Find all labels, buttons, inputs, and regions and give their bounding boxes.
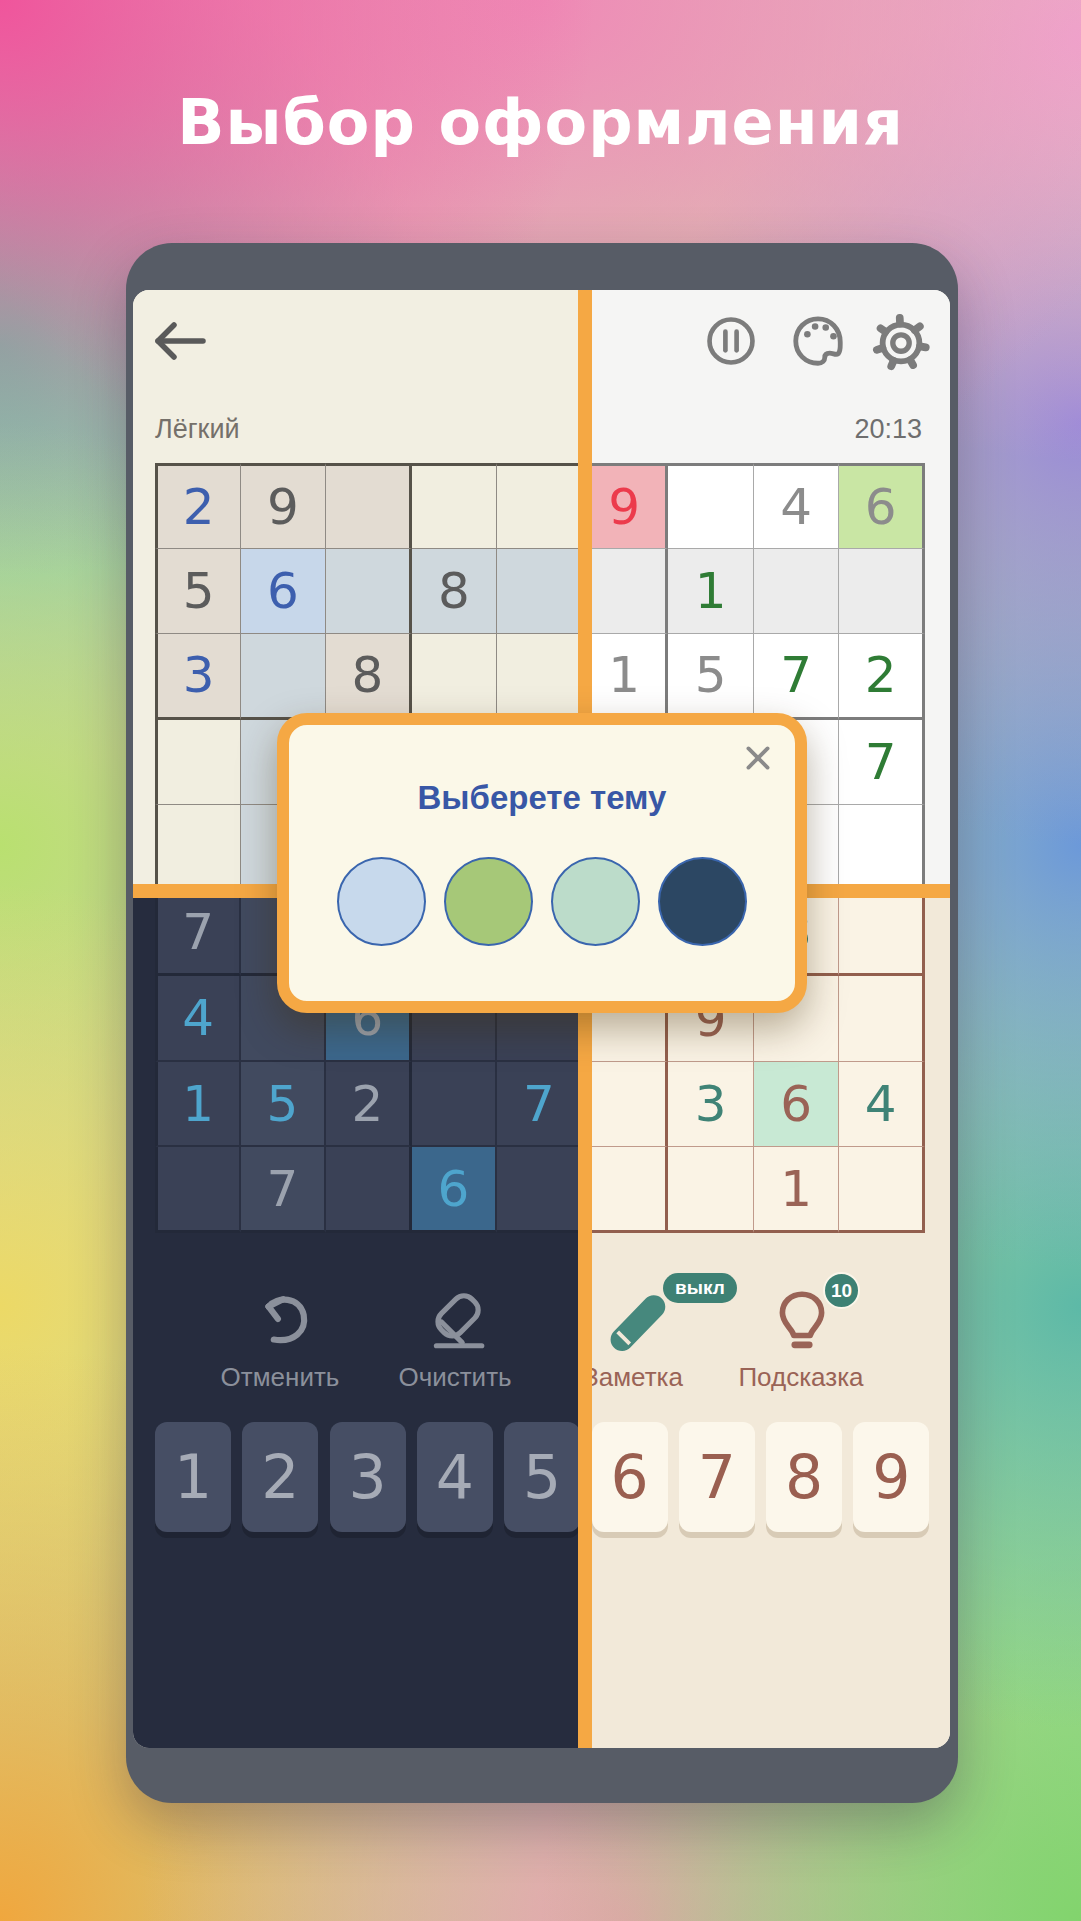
cell-r8c9[interactable]: 4 [839,1062,925,1148]
cell-r9c4[interactable]: 6 [412,1147,498,1233]
cell-r3c3[interactable]: 8 [326,634,412,720]
cell-r8c7[interactable]: 3 [668,1062,754,1148]
theme-circle-dark-navy[interactable] [658,857,747,946]
cell-r9c3[interactable] [326,1147,412,1233]
cell-r5c1[interactable] [155,805,241,891]
app-screen: Лёгкий 20:13 [133,290,950,1748]
cell-r9c8[interactable]: 1 [754,1147,840,1233]
theme-circle-mint[interactable] [551,857,640,946]
pause-icon[interactable] [703,313,759,369]
cell-r1c9[interactable]: 6 [839,463,925,549]
note-pencil-icon[interactable] [598,1286,668,1356]
numpad-8[interactable]: 8 [766,1422,842,1532]
cell-r3c5[interactable] [497,634,583,720]
numpad-5[interactable]: 5 [504,1422,580,1532]
cell-r1c1[interactable]: 2 [155,463,241,549]
note-state-badge: выкл [663,1273,737,1303]
numpad-1[interactable]: 1 [155,1422,231,1532]
cell-r8c3[interactable]: 2 [326,1062,412,1148]
cell-r7c9[interactable] [839,976,925,1062]
cell-r3c1[interactable]: 3 [155,634,241,720]
page-title: Выбор оформления [0,86,1081,159]
cell-r9c6[interactable] [583,1147,669,1233]
cell-r9c5[interactable] [497,1147,583,1233]
cell-r5c9[interactable] [839,805,925,891]
cell-r1c3[interactable] [326,463,412,549]
eraser-icon[interactable] [423,1288,489,1354]
cell-r6c1[interactable]: 7 [155,891,241,977]
hint-count-badge: 10 [823,1272,860,1309]
cell-r8c2[interactable]: 5 [241,1062,327,1148]
cell-r1c5[interactable] [497,463,583,549]
cell-r3c7[interactable]: 5 [668,634,754,720]
cell-r2c5[interactable] [497,549,583,635]
hint-label[interactable]: Подсказка [691,1362,911,1393]
cell-r4c1[interactable] [155,720,241,806]
cell-r8c5[interactable]: 7 [497,1062,583,1148]
undo-icon[interactable] [248,1288,314,1354]
modal-title: Выберете тему [289,779,795,817]
close-icon[interactable] [741,741,775,775]
cell-r1c2[interactable]: 9 [241,463,327,549]
numpad-2[interactable]: 2 [242,1422,318,1532]
cell-r4c9[interactable]: 7 [839,720,925,806]
numpad-3[interactable]: 3 [330,1422,406,1532]
numpad: 123456789 [133,1422,950,1532]
cell-r3c2[interactable] [241,634,327,720]
theme-circle-row [289,857,795,946]
cell-r1c4[interactable] [412,463,498,549]
cell-r1c6[interactable]: 9 [583,463,669,549]
cell-r3c4[interactable] [412,634,498,720]
cell-r8c8[interactable]: 6 [754,1062,840,1148]
cell-r2c6[interactable] [583,549,669,635]
theme-circle-light-blue[interactable] [337,857,426,946]
cell-r8c4[interactable] [412,1062,498,1148]
difficulty-label: Лёгкий [155,414,240,445]
numpad-7[interactable]: 7 [679,1422,755,1532]
theme-circle-green[interactable] [444,857,533,946]
theme-divider-vertical [578,290,592,1748]
cell-r9c9[interactable] [839,1147,925,1233]
cell-r2c4[interactable]: 8 [412,549,498,635]
cell-r2c7[interactable]: 1 [668,549,754,635]
numpad-9[interactable]: 9 [853,1422,929,1532]
cell-r2c1[interactable]: 5 [155,549,241,635]
palette-icon[interactable] [789,313,847,371]
cell-r9c2[interactable]: 7 [241,1147,327,1233]
timer: 20:13 [854,414,922,445]
cell-r3c6[interactable]: 1 [583,634,669,720]
back-arrow-icon[interactable] [149,318,209,364]
numpad-6[interactable]: 6 [592,1422,668,1532]
cell-r6c9[interactable] [839,891,925,977]
cell-r7c1[interactable]: 4 [155,976,241,1062]
theme-chooser-dialog: Выберете тему [277,713,807,1013]
cell-r3c8[interactable]: 7 [754,634,840,720]
cell-r8c6[interactable] [583,1062,669,1148]
cell-r9c7[interactable] [668,1147,754,1233]
cell-r2c3[interactable] [326,549,412,635]
cell-r1c7[interactable] [668,463,754,549]
cell-r1c8[interactable]: 4 [754,463,840,549]
cell-r2c2[interactable]: 6 [241,549,327,635]
cell-r3c9[interactable]: 2 [839,634,925,720]
cell-r8c1[interactable]: 1 [155,1062,241,1148]
numpad-4[interactable]: 4 [417,1422,493,1532]
cell-r2c8[interactable] [754,549,840,635]
settings-gear-icon[interactable] [872,314,930,372]
promo-screen: Выбор оформления Лёгкий 20:13 [0,0,1081,1921]
cell-r2c9[interactable] [839,549,925,635]
cell-r9c1[interactable] [155,1147,241,1233]
phone-frame: Лёгкий 20:13 [126,243,958,1803]
